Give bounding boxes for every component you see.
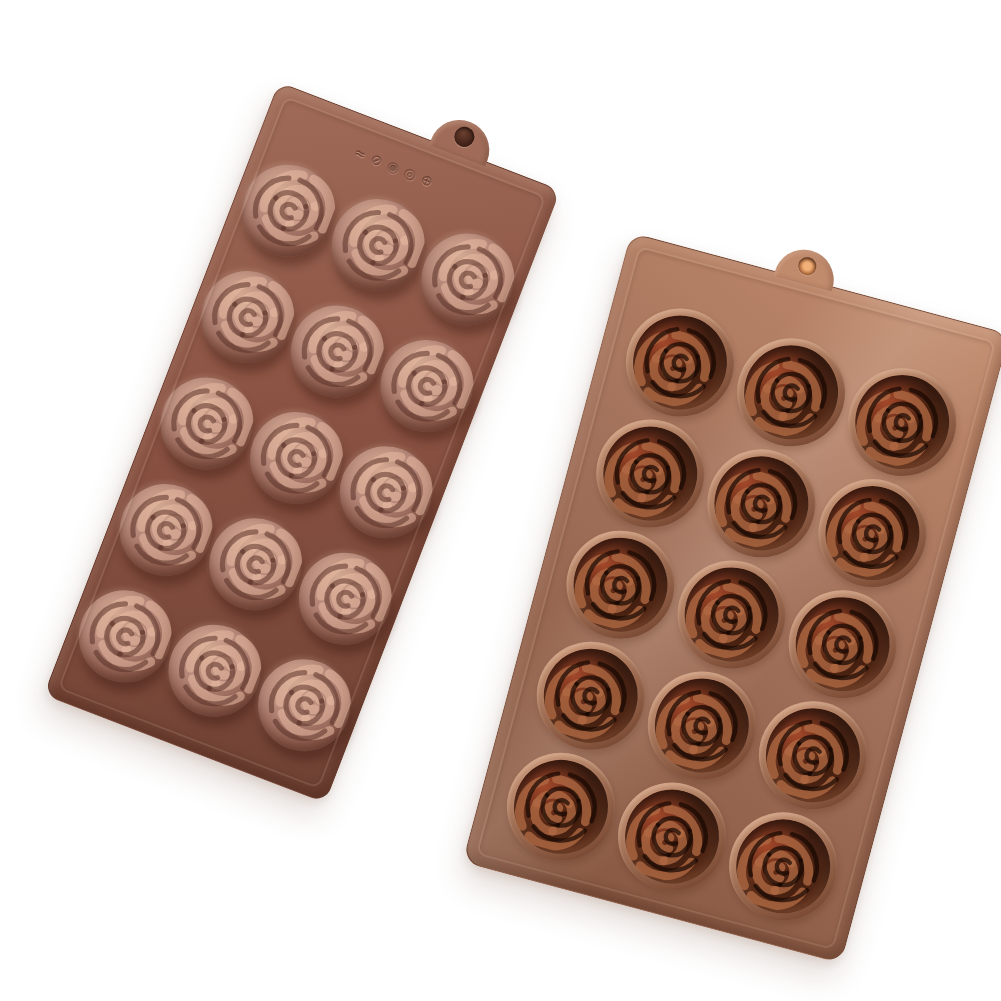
hang-hole-back bbox=[451, 124, 477, 150]
swirl-cavity-interior bbox=[563, 527, 678, 642]
swirl-cavity-interior bbox=[644, 668, 759, 783]
swirl-cavity bbox=[717, 800, 849, 932]
swirl-cavity-interior bbox=[704, 446, 819, 561]
swirl-cavity-interior bbox=[726, 809, 841, 924]
swirl-dome-grid bbox=[65, 151, 527, 764]
mold-front-side bbox=[462, 232, 1001, 963]
swirl-cavity bbox=[554, 519, 686, 651]
swirl-cavity-interior bbox=[593, 416, 708, 531]
swirl-cavity-interior bbox=[755, 698, 870, 813]
swirl-cavity bbox=[806, 467, 938, 599]
swirl-cavity bbox=[725, 326, 857, 458]
swirl-cavity bbox=[636, 659, 768, 791]
swirl-cavity bbox=[836, 356, 968, 488]
swirl-cavity bbox=[606, 770, 738, 902]
swirl-cavity-interior bbox=[503, 749, 618, 864]
swirl-cavity-interior bbox=[845, 364, 960, 479]
swirl-cavity bbox=[747, 689, 879, 821]
mold-back-side: ≈⊘◉◎⊕ bbox=[43, 82, 560, 804]
swirl-cavity-interior bbox=[815, 476, 930, 591]
swirl-cavity-grid bbox=[495, 296, 968, 932]
swirl-cavity bbox=[495, 741, 627, 873]
hang-hole-front bbox=[796, 255, 818, 277]
swirl-cavity-interior bbox=[622, 305, 737, 420]
swirl-cavity-interior bbox=[785, 587, 900, 702]
swirl-cavity bbox=[584, 407, 716, 539]
swirl-cavity bbox=[614, 296, 746, 428]
swirl-cavity bbox=[777, 578, 909, 710]
swirl-cavity-interior bbox=[734, 335, 849, 450]
swirl-cavity bbox=[695, 437, 827, 569]
swirl-cavity-interior bbox=[533, 638, 648, 753]
product-photo: ≈⊘◉◎⊕ bbox=[0, 0, 1001, 1001]
swirl-cavity bbox=[665, 548, 797, 680]
swirl-cavity-interior bbox=[615, 779, 730, 894]
swirl-cavity-interior bbox=[674, 557, 789, 672]
hang-tab-back bbox=[429, 111, 498, 166]
hang-tab-front bbox=[774, 243, 841, 291]
swirl-cavity bbox=[525, 630, 657, 762]
